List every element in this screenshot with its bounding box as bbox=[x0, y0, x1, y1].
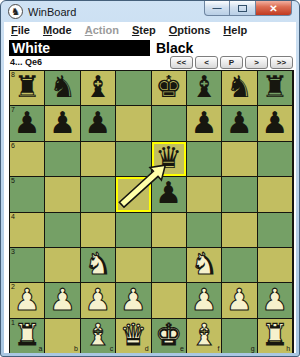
chess-board: 8♜♞♝♚♝♞♜7♟♟♟♟♟♟6♛5♟43♞♞2♟♟♟♟♟♟♟1a♜bc♝d♛e… bbox=[9, 70, 294, 353]
white-rook-a1: ♜ bbox=[14, 320, 41, 350]
square-g4[interactable] bbox=[222, 213, 256, 247]
square-g8[interactable]: ♞ bbox=[222, 71, 256, 105]
file-label-b: b bbox=[74, 345, 78, 353]
square-b3[interactable] bbox=[45, 248, 79, 282]
white-knight-c3: ♞ bbox=[85, 249, 112, 279]
square-g7[interactable]: ♟ bbox=[222, 106, 256, 140]
square-a4[interactable]: 4 bbox=[10, 213, 44, 247]
square-h5[interactable] bbox=[258, 177, 292, 211]
white-pawn-a2: ♟ bbox=[14, 285, 41, 315]
menu-step[interactable]: Step bbox=[132, 24, 156, 36]
square-b7[interactable]: ♟ bbox=[45, 106, 79, 140]
black-knight-b8: ♞ bbox=[49, 72, 76, 102]
winboard-app-icon[interactable]: ♞ bbox=[8, 4, 23, 19]
square-a8[interactable]: 8♜ bbox=[10, 71, 44, 105]
white-queen-d1: ♛ bbox=[120, 320, 147, 350]
white-pawn-d2: ♟ bbox=[120, 285, 147, 315]
black-pawn-f7: ♟ bbox=[191, 108, 218, 138]
square-d5[interactable] bbox=[116, 177, 150, 211]
square-g6[interactable] bbox=[222, 142, 256, 176]
square-e2[interactable] bbox=[152, 283, 186, 317]
rewind-button[interactable]: << bbox=[170, 56, 193, 69]
rank-label-3: 3 bbox=[11, 248, 15, 256]
square-e4[interactable] bbox=[152, 213, 186, 247]
title-bar[interactable]: ♞ WinBoard — ✕ bbox=[1, 1, 299, 22]
square-h2[interactable]: ♟ bbox=[258, 283, 292, 317]
white-bishop-f1: ♝ bbox=[191, 320, 218, 350]
white-pawn-b2: ♟ bbox=[49, 285, 76, 315]
square-f4[interactable] bbox=[187, 213, 221, 247]
black-king-e8: ♚ bbox=[155, 72, 182, 102]
square-d1[interactable]: d♛ bbox=[116, 319, 150, 353]
square-e1[interactable]: e♚ bbox=[152, 319, 186, 353]
square-c2[interactable]: ♟ bbox=[81, 283, 115, 317]
client-area: FileModeActionStepOptionsHelp White Blac… bbox=[4, 22, 296, 353]
square-f2[interactable]: ♟ bbox=[187, 283, 221, 317]
square-f8[interactable]: ♝ bbox=[187, 71, 221, 105]
white-pawn-h2: ♟ bbox=[261, 285, 288, 315]
pause-button[interactable]: P bbox=[220, 56, 243, 69]
square-c4[interactable] bbox=[81, 213, 115, 247]
square-d6[interactable] bbox=[116, 142, 150, 176]
square-d3[interactable] bbox=[116, 248, 150, 282]
black-pawn-e5: ♟ bbox=[155, 178, 182, 208]
window-controls: — ✕ bbox=[204, 1, 292, 16]
square-a3[interactable]: 3 bbox=[10, 248, 44, 282]
fast-forward-button[interactable]: >> bbox=[270, 56, 293, 69]
player-name-bar: White Black bbox=[4, 39, 296, 56]
menu-help[interactable]: Help bbox=[223, 24, 247, 36]
square-d4[interactable] bbox=[116, 213, 150, 247]
board-container: 8♜♞♝♚♝♞♜7♟♟♟♟♟♟6♛5♟43♞♞2♟♟♟♟♟♟♟1a♜bc♝d♛e… bbox=[9, 70, 296, 353]
square-h3[interactable] bbox=[258, 248, 292, 282]
square-c6[interactable] bbox=[81, 142, 115, 176]
square-f1[interactable]: f♝ bbox=[187, 319, 221, 353]
square-e8[interactable]: ♚ bbox=[152, 71, 186, 105]
square-f5[interactable] bbox=[187, 177, 221, 211]
square-b5[interactable] bbox=[45, 177, 79, 211]
square-c7[interactable]: ♟ bbox=[81, 106, 115, 140]
menu-mode[interactable]: Mode bbox=[43, 24, 72, 36]
forward-button[interactable]: > bbox=[245, 56, 268, 69]
square-a6[interactable]: 6 bbox=[10, 142, 44, 176]
square-e6[interactable]: ♛ bbox=[152, 142, 186, 176]
black-rook-a8: ♜ bbox=[14, 72, 41, 102]
back-button[interactable]: < bbox=[195, 56, 218, 69]
square-e3[interactable] bbox=[152, 248, 186, 282]
square-c1[interactable]: c♝ bbox=[81, 319, 115, 353]
square-a1[interactable]: 1a♜ bbox=[10, 319, 44, 353]
maximize-button[interactable] bbox=[230, 1, 255, 16]
square-f6[interactable] bbox=[187, 142, 221, 176]
square-d7[interactable] bbox=[116, 106, 150, 140]
square-f3[interactable]: ♞ bbox=[187, 248, 221, 282]
rank-label-5: 5 bbox=[11, 177, 15, 185]
square-g5[interactable] bbox=[222, 177, 256, 211]
square-d8[interactable] bbox=[116, 71, 150, 105]
black-pawn-b7: ♟ bbox=[49, 108, 76, 138]
white-king-e1: ♚ bbox=[155, 320, 182, 350]
black-bishop-c8: ♝ bbox=[85, 72, 112, 102]
black-pawn-a7: ♟ bbox=[14, 108, 41, 138]
white-rook-h1: ♜ bbox=[261, 320, 288, 350]
white-pawn-c2: ♟ bbox=[85, 285, 112, 315]
square-g1[interactable]: g bbox=[222, 319, 256, 353]
move-indicator: 4... Qe6 bbox=[10, 57, 42, 67]
window-title: WinBoard bbox=[28, 6, 76, 18]
square-c3[interactable]: ♞ bbox=[81, 248, 115, 282]
menu-options[interactable]: Options bbox=[169, 24, 211, 36]
square-a7[interactable]: 7♟ bbox=[10, 106, 44, 140]
winboard-window: ♞ WinBoard — ✕ FileModeActionStepOptions… bbox=[0, 0, 300, 357]
black-pawn-h7: ♟ bbox=[261, 108, 288, 138]
rank-label-4: 4 bbox=[11, 213, 15, 221]
black-pawn-g7: ♟ bbox=[226, 108, 253, 138]
white-knight-f3: ♞ bbox=[191, 249, 218, 279]
square-f7[interactable]: ♟ bbox=[187, 106, 221, 140]
square-b2[interactable]: ♟ bbox=[45, 283, 79, 317]
black-knight-g8: ♞ bbox=[226, 72, 253, 102]
square-a2[interactable]: 2♟ bbox=[10, 283, 44, 317]
file-label-f: f bbox=[217, 345, 219, 353]
maximize-icon bbox=[238, 5, 247, 12]
square-d2[interactable]: ♟ bbox=[116, 283, 150, 317]
square-e7[interactable] bbox=[152, 106, 186, 140]
white-pawn-f2: ♟ bbox=[191, 285, 218, 315]
square-h8[interactable]: ♜ bbox=[258, 71, 292, 105]
move-bar: 4... Qe6 <<<P>>> bbox=[4, 56, 296, 70]
rank-label-6: 6 bbox=[11, 142, 15, 150]
black-queen-e6: ♛ bbox=[155, 143, 182, 173]
minimize-button[interactable]: — bbox=[204, 1, 230, 16]
square-b4[interactable] bbox=[45, 213, 79, 247]
square-b8[interactable]: ♞ bbox=[45, 71, 79, 105]
square-b1[interactable]: b bbox=[45, 319, 79, 353]
square-c8[interactable]: ♝ bbox=[81, 71, 115, 105]
file-label-g: g bbox=[251, 345, 255, 353]
square-e5[interactable]: ♟ bbox=[152, 177, 186, 211]
navigation-buttons: <<<P>>> bbox=[170, 56, 293, 69]
white-pawn-g2: ♟ bbox=[226, 285, 253, 315]
black-rook-h8: ♜ bbox=[261, 72, 288, 102]
square-g3[interactable] bbox=[222, 248, 256, 282]
black-pawn-c7: ♟ bbox=[85, 108, 112, 138]
black-player-label: Black bbox=[156, 40, 193, 56]
menu-file[interactable]: File bbox=[11, 24, 30, 36]
square-a5[interactable]: 5 bbox=[10, 177, 44, 211]
square-c5[interactable] bbox=[81, 177, 115, 211]
black-bishop-f8: ♝ bbox=[191, 72, 218, 102]
square-h4[interactable] bbox=[258, 213, 292, 247]
square-h6[interactable] bbox=[258, 142, 292, 176]
square-h1[interactable]: h♜ bbox=[258, 319, 292, 353]
close-button[interactable]: ✕ bbox=[255, 1, 292, 16]
square-b6[interactable] bbox=[45, 142, 79, 176]
white-player-label: White bbox=[9, 40, 150, 56]
menu-bar: FileModeActionStepOptionsHelp bbox=[4, 22, 296, 38]
square-g2[interactable]: ♟ bbox=[222, 283, 256, 317]
menu-action: Action bbox=[85, 24, 119, 36]
white-bishop-c1: ♝ bbox=[85, 320, 112, 350]
square-h7[interactable]: ♟ bbox=[258, 106, 292, 140]
